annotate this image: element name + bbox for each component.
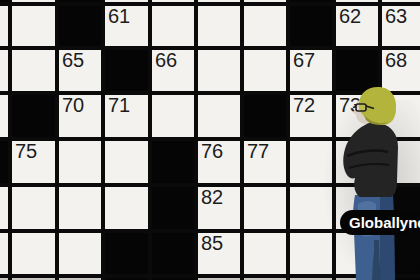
cell-r3c6-black <box>244 95 286 137</box>
clue-number: 76 <box>201 140 223 162</box>
cell-r2c0 <box>0 50 8 91</box>
cell-r4c1: 75 <box>12 141 55 183</box>
cell-r6c2 <box>59 233 101 274</box>
watermark-logo: Globallynews <box>340 210 420 235</box>
cell-r6c1 <box>12 233 55 274</box>
cell-r0c9 <box>382 0 420 2</box>
cell-r0c6 <box>244 0 286 2</box>
cell-r1c5 <box>198 6 240 46</box>
cell-r3c2: 70 <box>59 95 101 137</box>
cell-r3c3: 71 <box>105 95 148 137</box>
cell-r2c7: 67 <box>290 50 332 91</box>
cell-r6c0 <box>0 233 8 274</box>
cell-r2c6 <box>244 50 286 91</box>
cell-r0c4 <box>152 0 194 2</box>
cell-r2c4: 66 <box>152 50 194 91</box>
cell-r4c6: 77 <box>244 141 286 183</box>
sweater <box>343 123 398 197</box>
person-figure <box>328 84 420 280</box>
cell-r5c5: 82 <box>198 187 240 229</box>
cell-r5c4-black <box>152 187 194 229</box>
glasses-icon <box>356 104 366 111</box>
cell-r0c3 <box>105 0 148 2</box>
cell-r1c0 <box>0 6 8 46</box>
clue-number: 66 <box>155 49 177 71</box>
clue-number: 77 <box>247 140 269 162</box>
cell-r6c3-black <box>105 233 148 274</box>
glasses-bridge <box>353 107 356 108</box>
cell-r4c7 <box>290 141 332 183</box>
cell-r0c8 <box>336 0 378 2</box>
cell-r0c7-black <box>290 0 332 2</box>
cell-r0c5 <box>198 0 240 2</box>
cell-r1c6 <box>244 6 286 46</box>
cell-r3c4 <box>152 95 194 137</box>
cell-r4c0-black <box>0 141 8 183</box>
cell-r4c3 <box>105 141 148 183</box>
cell-r1c4 <box>152 6 194 46</box>
jeans-back-leg-shade <box>380 195 395 280</box>
clue-number: 67 <box>293 49 315 71</box>
cell-r0c2-black <box>59 0 101 2</box>
cell-r4c2 <box>59 141 101 183</box>
cell-r6c6 <box>244 233 286 274</box>
cell-r6c7 <box>290 233 332 274</box>
crossword-photo: { "game": "crossword", "board": { "visib… <box>0 0 420 280</box>
cell-r2c5 <box>198 50 240 91</box>
cell-r5c2 <box>59 187 101 229</box>
cell-r0c1 <box>12 0 55 2</box>
clue-number: 68 <box>385 49 407 71</box>
cell-r6c5: 85 <box>198 233 240 274</box>
cell-r2c1 <box>12 50 55 91</box>
clue-number: 85 <box>201 232 223 254</box>
cell-r3c1-black <box>12 95 55 137</box>
cell-r3c7: 72 <box>290 95 332 137</box>
cell-r2c3-black <box>105 50 148 91</box>
cell-r5c7 <box>290 187 332 229</box>
cell-r1c8: 62 <box>336 6 378 46</box>
cell-r4c5: 76 <box>198 141 240 183</box>
clue-number: 70 <box>62 94 84 116</box>
cell-r5c0 <box>0 187 8 229</box>
cell-r3c5 <box>198 95 240 137</box>
cell-r1c3: 61 <box>105 6 148 46</box>
clue-number: 63 <box>385 5 407 27</box>
clue-number: 71 <box>108 94 130 116</box>
clue-number: 72 <box>293 94 315 116</box>
cell-r1c2-black <box>59 6 101 46</box>
cell-r5c6 <box>244 187 286 229</box>
clue-number: 65 <box>62 49 84 71</box>
cell-r6c4-black <box>152 233 194 274</box>
clue-number: 75 <box>15 140 37 162</box>
clue-number: 62 <box>339 5 361 27</box>
cell-r2c2: 65 <box>59 50 101 91</box>
cell-r0c0-black <box>0 0 8 2</box>
cell-r3c0 <box>0 95 8 137</box>
clue-number: 82 <box>201 186 223 208</box>
cell-r1c1 <box>12 6 55 46</box>
cell-r5c3 <box>105 187 148 229</box>
cell-r5c1 <box>12 187 55 229</box>
clue-number: 61 <box>108 5 130 27</box>
cell-r1c7-black <box>290 6 332 46</box>
cell-r4c4-black <box>152 141 194 183</box>
cell-r1c9: 63 <box>382 6 420 46</box>
